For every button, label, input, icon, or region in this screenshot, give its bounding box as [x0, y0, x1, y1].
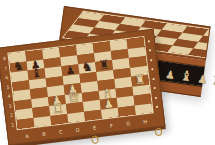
- inlay-dot-icon: [149, 50, 151, 52]
- inlay-dot-icon: [148, 40, 150, 42]
- tray-piece-light-pawn: ♟: [197, 73, 208, 85]
- lid-square: [209, 51, 210, 60]
- rank-label-8: 8: [2, 54, 6, 64]
- square-c1: [50, 113, 68, 125]
- inlay-dot-icon: [150, 59, 152, 61]
- chess-board: 87654321 ♞♟♝♟♞♜♟♜♟♛♝♜♟ ABCDEFGH: [0, 29, 165, 145]
- rank-label-7: 7: [4, 63, 8, 73]
- rank-label-3: 3: [8, 101, 12, 111]
- file-label-c: C: [52, 126, 70, 138]
- file-label-h: H: [136, 115, 154, 127]
- rank-label-1: 1: [11, 120, 15, 130]
- inlay-dot-icon: [152, 69, 154, 71]
- square-a1: [16, 118, 34, 130]
- tray-piece-light-bishop: ♝: [179, 68, 193, 84]
- rank-label-4: 4: [7, 92, 11, 102]
- rank-label-2: 2: [9, 111, 13, 121]
- tray-piece-light-pawn: ♟: [165, 69, 176, 81]
- inlay-dot-icon: [154, 87, 156, 89]
- rank-label-5: 5: [6, 82, 10, 92]
- inlay-dot-icon: [155, 97, 157, 99]
- square-d1: [67, 111, 85, 123]
- file-label-g: G: [119, 118, 137, 130]
- square-f1: [101, 107, 119, 119]
- square-e1: [84, 109, 102, 121]
- inlay-dot-icon: [153, 78, 155, 80]
- file-label-e: E: [86, 122, 104, 134]
- square-b1: [33, 115, 51, 127]
- square-g1: [118, 105, 136, 117]
- rank-label-6: 6: [5, 73, 9, 83]
- file-label-d: D: [69, 124, 87, 136]
- file-label-b: B: [35, 128, 53, 140]
- brass-hook-icon: [91, 135, 99, 144]
- square-h1: [135, 103, 153, 115]
- chess-set-photo: ♟♝♟♝♟♞♜♝♟♝♟♜ 87654321 ♞♟♝♟♞♜♟♜♟♛♝♜♟ ABCD…: [0, 0, 215, 145]
- file-label-f: F: [102, 120, 120, 132]
- lid-square: [188, 48, 210, 57]
- inlay-dot-icon: [156, 106, 158, 108]
- brass-hook-icon: [155, 127, 163, 136]
- board-squares: ♞♟♝♟♞♜♟♜♟♛♝♜♟: [8, 37, 152, 129]
- tray-piece-light-rook: ♜: [211, 74, 215, 87]
- file-label-a: A: [18, 130, 36, 142]
